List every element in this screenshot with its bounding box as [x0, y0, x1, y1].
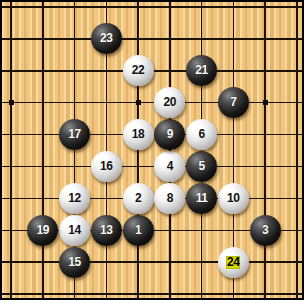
stone-black[interactable]: 21: [186, 55, 217, 86]
move-number: 14: [68, 224, 80, 237]
stone-white[interactable]: 24: [218, 247, 249, 278]
move-number: 3: [262, 224, 268, 237]
move-number: 23: [100, 32, 112, 45]
move-number: 1: [135, 224, 141, 237]
move-number: 2: [135, 192, 141, 205]
stone-black[interactable]: 11: [186, 183, 217, 214]
star-point: [136, 100, 141, 105]
stone-white[interactable]: 8: [154, 183, 185, 214]
move-number: 22: [132, 64, 144, 77]
grid-line-vertical: [42, 2, 44, 298]
grid-line-horizontal: [2, 38, 302, 40]
stone-black[interactable]: 1: [123, 215, 154, 246]
move-number: 6: [198, 128, 204, 141]
stone-white[interactable]: 4: [154, 151, 185, 182]
move-number: 13: [100, 224, 112, 237]
move-number: 19: [37, 224, 49, 237]
stone-black[interactable]: 13: [91, 215, 122, 246]
stone-black[interactable]: 15: [59, 247, 90, 278]
stone-black[interactable]: 17: [59, 119, 90, 150]
move-number: 20: [164, 96, 176, 109]
grid-line-vertical: [10, 2, 12, 298]
stone-black[interactable]: 9: [154, 119, 185, 150]
goban[interactable]: 123456789101112131415161718192021222324: [2, 2, 302, 298]
move-number: 9: [167, 128, 173, 141]
stone-black[interactable]: 23: [91, 23, 122, 54]
stone-black[interactable]: 5: [186, 151, 217, 182]
move-number: 21: [195, 64, 207, 77]
move-number: 15: [68, 256, 80, 269]
stone-white[interactable]: 20: [154, 87, 185, 118]
stone-white[interactable]: 16: [91, 151, 122, 182]
stone-white[interactable]: 12: [59, 183, 90, 214]
stone-white[interactable]: 18: [123, 119, 154, 150]
star-point: [9, 100, 14, 105]
star-point: [263, 100, 268, 105]
stone-white[interactable]: 6: [186, 119, 217, 150]
board-frame: 123456789101112131415161718192021222324: [0, 0, 304, 300]
stone-white[interactable]: 10: [218, 183, 249, 214]
grid-line-horizontal: [2, 102, 302, 104]
move-number: 16: [100, 160, 112, 173]
move-number: 7: [230, 96, 236, 109]
stone-black[interactable]: 3: [250, 215, 281, 246]
grid-line-horizontal: [2, 6, 302, 8]
move-number: 8: [167, 192, 173, 205]
move-number: 17: [68, 128, 80, 141]
grid-line-vertical: [296, 2, 298, 298]
stone-white[interactable]: 22: [123, 55, 154, 86]
stone-black[interactable]: 19: [27, 215, 58, 246]
grid-line-horizontal: [2, 293, 302, 295]
move-number: 4: [167, 160, 173, 173]
stone-black[interactable]: 7: [218, 87, 249, 118]
stone-white[interactable]: 2: [123, 183, 154, 214]
grid-line-horizontal: [2, 166, 302, 168]
last-move-number: 24: [226, 256, 240, 269]
move-number: 10: [227, 192, 239, 205]
stone-white[interactable]: 14: [59, 215, 90, 246]
move-number: 5: [198, 160, 204, 173]
move-number: 12: [68, 192, 80, 205]
grid-line-vertical: [264, 2, 266, 298]
move-number: 11: [196, 192, 208, 205]
move-number: 18: [132, 128, 144, 141]
grid-line-horizontal: [2, 261, 302, 263]
